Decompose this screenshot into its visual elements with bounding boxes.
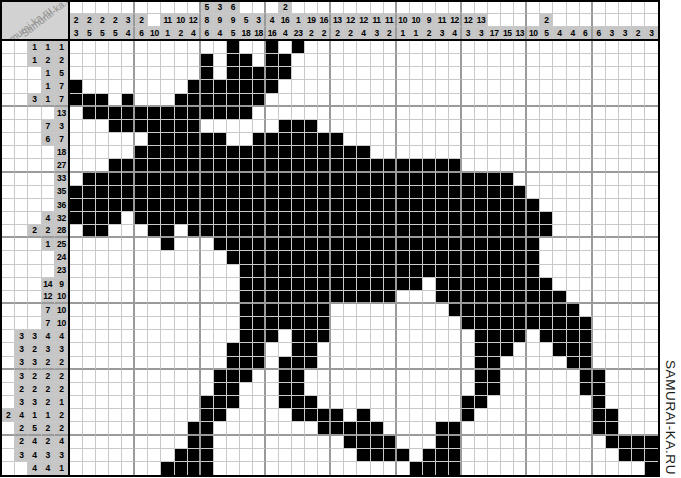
grid-cell[interactable]: [514, 67, 527, 80]
grid-cell[interactable]: [475, 238, 488, 251]
grid-cell[interactable]: [292, 159, 305, 172]
grid-cell[interactable]: [488, 133, 501, 146]
grid-cell[interactable]: [305, 291, 318, 304]
grid-cell[interactable]: [449, 159, 462, 172]
grid-cell[interactable]: [318, 251, 331, 264]
grid-cell[interactable]: [527, 80, 540, 93]
grid-cell[interactable]: [436, 133, 449, 146]
grid-cell[interactable]: [266, 304, 279, 317]
grid-cell[interactable]: [475, 357, 488, 370]
grid-cell[interactable]: [449, 212, 462, 225]
grid-cell[interactable]: [331, 278, 344, 291]
grid-cell[interactable]: [253, 291, 266, 304]
grid-cell[interactable]: [122, 278, 135, 291]
grid-cell[interactable]: [567, 265, 580, 278]
grid-cell[interactable]: [436, 449, 449, 462]
grid-cell[interactable]: [266, 436, 279, 449]
grid-cell[interactable]: [148, 225, 161, 238]
grid-cell[interactable]: [475, 199, 488, 212]
grid-cell[interactable]: [462, 41, 475, 54]
grid-cell[interactable]: [475, 422, 488, 435]
grid-cell[interactable]: [279, 94, 292, 107]
grid-cell[interactable]: [318, 436, 331, 449]
grid-cell[interactable]: [148, 343, 161, 356]
grid-cell[interactable]: [161, 159, 174, 172]
grid-cell[interactable]: [240, 330, 253, 343]
grid-cell[interactable]: [619, 409, 632, 422]
grid-cell[interactable]: [580, 396, 593, 409]
grid-cell[interactable]: [109, 41, 122, 54]
grid-cell[interactable]: [384, 278, 397, 291]
grid-cell[interactable]: [331, 449, 344, 462]
grid-cell[interactable]: [344, 120, 357, 133]
grid-cell[interactable]: [109, 225, 122, 238]
grid-cell[interactable]: [318, 146, 331, 159]
grid-cell[interactable]: [567, 383, 580, 396]
grid-cell[interactable]: [253, 357, 266, 370]
grid-cell[interactable]: [135, 159, 148, 172]
grid-cell[interactable]: [331, 291, 344, 304]
grid-cell[interactable]: [423, 173, 436, 186]
grid-cell[interactable]: [214, 120, 227, 133]
grid-cell[interactable]: [96, 41, 109, 54]
grid-cell[interactable]: [109, 462, 122, 475]
grid-cell[interactable]: [632, 251, 645, 264]
grid-cell[interactable]: [423, 343, 436, 356]
grid-cell[interactable]: [645, 409, 658, 422]
grid-cell[interactable]: [318, 343, 331, 356]
grid-cell[interactable]: [135, 449, 148, 462]
grid-cell[interactable]: [540, 251, 553, 264]
grid-cell[interactable]: [423, 159, 436, 172]
grid-cell[interactable]: [632, 343, 645, 356]
grid-cell[interactable]: [357, 449, 370, 462]
grid-cell[interactable]: [410, 238, 423, 251]
grid-cell[interactable]: [540, 396, 553, 409]
grid-cell[interactable]: [423, 449, 436, 462]
grid-cell[interactable]: [397, 291, 410, 304]
grid-cell[interactable]: [135, 304, 148, 317]
grid-cell[interactable]: [135, 212, 148, 225]
grid-cell[interactable]: [527, 370, 540, 383]
grid-cell[interactable]: [122, 436, 135, 449]
grid-cell[interactable]: [645, 436, 658, 449]
grid-cell[interactable]: [619, 357, 632, 370]
grid-cell[interactable]: [240, 396, 253, 409]
grid-cell[interactable]: [371, 462, 384, 475]
grid-cell[interactable]: [83, 80, 96, 93]
grid-cell[interactable]: [423, 396, 436, 409]
grid-cell[interactable]: [371, 304, 384, 317]
grid-cell[interactable]: [331, 422, 344, 435]
grid-cell[interactable]: [331, 146, 344, 159]
grid-cell[interactable]: [436, 107, 449, 120]
grid-cell[interactable]: [214, 212, 227, 225]
grid-cell[interactable]: [436, 54, 449, 67]
grid-cell[interactable]: [188, 146, 201, 159]
grid-cell[interactable]: [357, 383, 370, 396]
grid-cell[interactable]: [188, 159, 201, 172]
grid-cell[interactable]: [70, 291, 83, 304]
grid-cell[interactable]: [553, 80, 566, 93]
grid-cell[interactable]: [371, 80, 384, 93]
grid-cell[interactable]: [527, 54, 540, 67]
grid-cell[interactable]: [201, 120, 214, 133]
grid-cell[interactable]: [540, 278, 553, 291]
grid-cell[interactable]: [501, 317, 514, 330]
grid-cell[interactable]: [423, 462, 436, 475]
grid-cell[interactable]: [357, 317, 370, 330]
grid-cell[interactable]: [501, 330, 514, 343]
grid-cell[interactable]: [266, 80, 279, 93]
grid-cell[interactable]: [175, 265, 188, 278]
grid-cell[interactable]: [619, 146, 632, 159]
grid-cell[interactable]: [527, 462, 540, 475]
grid-cell[interactable]: [344, 409, 357, 422]
grid-cell[interactable]: [161, 383, 174, 396]
grid-cell[interactable]: [305, 67, 318, 80]
grid-cell[interactable]: [449, 449, 462, 462]
grid-cell[interactable]: [279, 396, 292, 409]
grid-cell[interactable]: [580, 107, 593, 120]
grid-cell[interactable]: [593, 41, 606, 54]
grid-cell[interactable]: [514, 409, 527, 422]
grid-cell[interactable]: [527, 422, 540, 435]
grid-cell[interactable]: [527, 199, 540, 212]
grid-cell[interactable]: [567, 41, 580, 54]
grid-cell[interactable]: [161, 80, 174, 93]
grid-cell[interactable]: [462, 383, 475, 396]
grid-cell[interactable]: [593, 383, 606, 396]
grid-cell[interactable]: [462, 186, 475, 199]
grid-cell[interactable]: [384, 343, 397, 356]
grid-cell[interactable]: [553, 238, 566, 251]
grid-cell[interactable]: [632, 212, 645, 225]
grid-cell[interactable]: [567, 396, 580, 409]
grid-cell[interactable]: [227, 265, 240, 278]
grid-cell[interactable]: [501, 396, 514, 409]
grid-cell[interactable]: [175, 436, 188, 449]
grid-cell[interactable]: [305, 173, 318, 186]
grid-cell[interactable]: [488, 383, 501, 396]
grid-cell[interactable]: [148, 422, 161, 435]
grid-cell[interactable]: [240, 238, 253, 251]
grid-cell[interactable]: [527, 146, 540, 159]
grid-cell[interactable]: [436, 317, 449, 330]
grid-cell[interactable]: [449, 436, 462, 449]
grid-cell[interactable]: [514, 199, 527, 212]
grid-cell[interactable]: [175, 317, 188, 330]
grid-cell[interactable]: [645, 41, 658, 54]
grid-cell[interactable]: [122, 146, 135, 159]
grid-cell[interactable]: [580, 173, 593, 186]
grid-cell[interactable]: [593, 186, 606, 199]
grid-cell[interactable]: [240, 67, 253, 80]
grid-cell[interactable]: [540, 370, 553, 383]
grid-cell[interactable]: [436, 212, 449, 225]
grid-cell[interactable]: [201, 383, 214, 396]
grid-cell[interactable]: [201, 462, 214, 475]
grid-cell[interactable]: [593, 173, 606, 186]
grid-cell[interactable]: [475, 304, 488, 317]
grid-cell[interactable]: [593, 291, 606, 304]
grid-cell[interactable]: [371, 67, 384, 80]
grid-cell[interactable]: [188, 173, 201, 186]
grid-cell[interactable]: [553, 94, 566, 107]
grid-cell[interactable]: [449, 225, 462, 238]
grid-cell[interactable]: [449, 265, 462, 278]
grid-cell[interactable]: [292, 120, 305, 133]
grid-cell[interactable]: [109, 396, 122, 409]
grid-cell[interactable]: [96, 67, 109, 80]
grid-cell[interactable]: [384, 212, 397, 225]
grid-cell[interactable]: [384, 304, 397, 317]
grid-cell[interactable]: [331, 304, 344, 317]
grid-cell[interactable]: [580, 357, 593, 370]
grid-cell[interactable]: [148, 304, 161, 317]
grid-cell[interactable]: [501, 186, 514, 199]
grid-cell[interactable]: [540, 265, 553, 278]
grid-cell[interactable]: [318, 159, 331, 172]
grid-cell[interactable]: [357, 462, 370, 475]
grid-cell[interactable]: [318, 80, 331, 93]
grid-cell[interactable]: [540, 317, 553, 330]
grid-cell[interactable]: [227, 436, 240, 449]
grid-cell[interactable]: [606, 41, 619, 54]
grid-cell[interactable]: [645, 343, 658, 356]
grid-cell[interactable]: [567, 133, 580, 146]
grid-cell[interactable]: [175, 383, 188, 396]
grid-cell[interactable]: [253, 186, 266, 199]
grid-cell[interactable]: [201, 449, 214, 462]
grid-cell[interactable]: [161, 94, 174, 107]
grid-cell[interactable]: [83, 291, 96, 304]
grid-cell[interactable]: [397, 173, 410, 186]
grid-cell[interactable]: [240, 317, 253, 330]
grid-cell[interactable]: [96, 199, 109, 212]
grid-cell[interactable]: [253, 120, 266, 133]
grid-cell[interactable]: [344, 370, 357, 383]
grid-cell[interactable]: [462, 462, 475, 475]
grid-cell[interactable]: [527, 317, 540, 330]
grid-cell[interactable]: [449, 94, 462, 107]
grid-cell[interactable]: [214, 278, 227, 291]
grid-cell[interactable]: [148, 41, 161, 54]
grid-cell[interactable]: [488, 330, 501, 343]
grid-cell[interactable]: [462, 278, 475, 291]
grid-cell[interactable]: [175, 422, 188, 435]
grid-cell[interactable]: [201, 330, 214, 343]
grid-cell[interactable]: [371, 357, 384, 370]
grid-cell[interactable]: [462, 251, 475, 264]
grid-cell[interactable]: [567, 436, 580, 449]
grid-cell[interactable]: [501, 436, 514, 449]
grid-cell[interactable]: [501, 94, 514, 107]
grid-cell[interactable]: [501, 133, 514, 146]
grid-cell[interactable]: [527, 251, 540, 264]
grid-cell[interactable]: [83, 278, 96, 291]
grid-cell[interactable]: [318, 41, 331, 54]
grid-cell[interactable]: [397, 409, 410, 422]
grid-cell[interactable]: [135, 343, 148, 356]
grid-cell[interactable]: [527, 449, 540, 462]
grid-cell[interactable]: [161, 225, 174, 238]
grid-cell[interactable]: [436, 370, 449, 383]
grid-cell[interactable]: [423, 265, 436, 278]
grid-cell[interactable]: [357, 67, 370, 80]
grid-cell[interactable]: [514, 317, 527, 330]
grid-cell[interactable]: [344, 251, 357, 264]
grid-cell[interactable]: [606, 449, 619, 462]
grid-cell[interactable]: [148, 80, 161, 93]
grid-cell[interactable]: [397, 357, 410, 370]
grid-cell[interactable]: [475, 436, 488, 449]
grid-cell[interactable]: [397, 54, 410, 67]
grid-cell[interactable]: [175, 449, 188, 462]
grid-cell[interactable]: [344, 330, 357, 343]
grid-cell[interactable]: [148, 199, 161, 212]
grid-cell[interactable]: [135, 225, 148, 238]
grid-cell[interactable]: [462, 291, 475, 304]
grid-cell[interactable]: [567, 199, 580, 212]
grid-cell[interactable]: [266, 133, 279, 146]
grid-cell[interactable]: [240, 94, 253, 107]
grid-cell[interactable]: [553, 317, 566, 330]
grid-cell[interactable]: [449, 330, 462, 343]
grid-cell[interactable]: [214, 330, 227, 343]
grid-cell[interactable]: [109, 278, 122, 291]
grid-cell[interactable]: [606, 370, 619, 383]
grid-cell[interactable]: [384, 54, 397, 67]
grid-cell[interactable]: [161, 357, 174, 370]
grid-cell[interactable]: [331, 370, 344, 383]
grid-cell[interactable]: [619, 186, 632, 199]
grid-cell[interactable]: [96, 330, 109, 343]
grid-cell[interactable]: [109, 370, 122, 383]
grid-cell[interactable]: [397, 159, 410, 172]
grid-cell[interactable]: [344, 422, 357, 435]
grid-cell[interactable]: [540, 291, 553, 304]
grid-cell[interactable]: [214, 54, 227, 67]
grid-cell[interactable]: [410, 462, 423, 475]
grid-cell[interactable]: [344, 186, 357, 199]
grid-cell[interactable]: [266, 343, 279, 356]
grid-cell[interactable]: [606, 383, 619, 396]
grid-cell[interactable]: [580, 370, 593, 383]
grid-cell[interactable]: [148, 107, 161, 120]
grid-cell[interactable]: [462, 357, 475, 370]
grid-cell[interactable]: [109, 107, 122, 120]
grid-cell[interactable]: [423, 133, 436, 146]
grid-cell[interactable]: [619, 462, 632, 475]
grid-cell[interactable]: [305, 133, 318, 146]
grid-cell[interactable]: [188, 409, 201, 422]
grid-cell[interactable]: [567, 94, 580, 107]
grid-cell[interactable]: [253, 107, 266, 120]
grid-cell[interactable]: [384, 67, 397, 80]
grid-cell[interactable]: [344, 173, 357, 186]
grid-cell[interactable]: [371, 133, 384, 146]
grid-cell[interactable]: [371, 330, 384, 343]
grid-cell[interactable]: [527, 357, 540, 370]
grid-cell[interactable]: [371, 422, 384, 435]
grid-cell[interactable]: [384, 80, 397, 93]
grid-cell[interactable]: [266, 409, 279, 422]
grid-cell[interactable]: [540, 94, 553, 107]
grid-cell[interactable]: [436, 251, 449, 264]
grid-cell[interactable]: [501, 159, 514, 172]
grid-cell[interactable]: [253, 146, 266, 159]
grid-cell[interactable]: [344, 396, 357, 409]
grid-cell[interactable]: [227, 133, 240, 146]
grid-cell[interactable]: [266, 383, 279, 396]
grid-cell[interactable]: [188, 199, 201, 212]
grid-cell[interactable]: [266, 146, 279, 159]
grid-cell[interactable]: [96, 120, 109, 133]
grid-cell[interactable]: [83, 436, 96, 449]
grid-cell[interactable]: [593, 67, 606, 80]
grid-cell[interactable]: [553, 357, 566, 370]
grid-cell[interactable]: [292, 291, 305, 304]
grid-cell[interactable]: [632, 291, 645, 304]
grid-cell[interactable]: [188, 317, 201, 330]
grid-cell[interactable]: [253, 199, 266, 212]
grid-cell[interactable]: [331, 317, 344, 330]
grid-cell[interactable]: [292, 409, 305, 422]
grid-cell[interactable]: [214, 449, 227, 462]
grid-cell[interactable]: [344, 462, 357, 475]
grid-cell[interactable]: [384, 409, 397, 422]
grid-cell[interactable]: [501, 343, 514, 356]
grid-cell[interactable]: [292, 146, 305, 159]
grid-cell[interactable]: [384, 186, 397, 199]
grid-cell[interactable]: [70, 436, 83, 449]
grid-cell[interactable]: [501, 146, 514, 159]
grid-cell[interactable]: [384, 265, 397, 278]
grid-cell[interactable]: [540, 225, 553, 238]
grid-cell[interactable]: [148, 317, 161, 330]
grid-cell[interactable]: [423, 225, 436, 238]
grid-cell[interactable]: [501, 238, 514, 251]
grid-cell[interactable]: [580, 199, 593, 212]
grid-cell[interactable]: [122, 330, 135, 343]
grid-cell[interactable]: [227, 173, 240, 186]
grid-cell[interactable]: [553, 462, 566, 475]
grid-cell[interactable]: [96, 107, 109, 120]
grid-cell[interactable]: [423, 291, 436, 304]
grid-cell[interactable]: [553, 159, 566, 172]
grid-cell[interactable]: [632, 94, 645, 107]
grid-cell[interactable]: [279, 159, 292, 172]
grid-cell[interactable]: [397, 212, 410, 225]
grid-cell[interactable]: [318, 370, 331, 383]
grid-cell[interactable]: [305, 449, 318, 462]
grid-cell[interactable]: [357, 173, 370, 186]
grid-cell[interactable]: [292, 133, 305, 146]
grid-cell[interactable]: [371, 449, 384, 462]
grid-cell[interactable]: [501, 462, 514, 475]
grid-cell[interactable]: [357, 107, 370, 120]
grid-cell[interactable]: [462, 199, 475, 212]
grid-cell[interactable]: [253, 343, 266, 356]
grid-cell[interactable]: [540, 107, 553, 120]
grid-cell[interactable]: [122, 159, 135, 172]
grid-cell[interactable]: [514, 133, 527, 146]
grid-cell[interactable]: [580, 436, 593, 449]
grid-cell[interactable]: [436, 41, 449, 54]
grid-cell[interactable]: [331, 343, 344, 356]
grid-cell[interactable]: [449, 396, 462, 409]
